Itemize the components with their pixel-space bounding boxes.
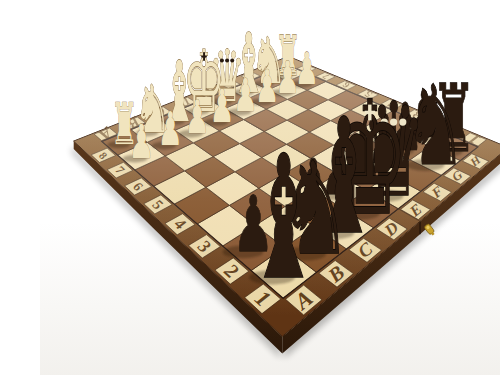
- piece-white-pawn-d7: ♟: [210, 79, 235, 132]
- piece-black-bishop-a1: ♝: [247, 118, 320, 317]
- queen-ball-accent-e8: [230, 59, 234, 63]
- piece-white-pawn-b7: ♟: [158, 102, 183, 157]
- queen-ball-accent-e8: [225, 59, 229, 63]
- king-cross-accent-h-d8: [201, 56, 207, 58]
- piece-white-pawn-f7: ♟: [255, 59, 279, 112]
- piece-white-pawn-a7: ♟: [129, 115, 154, 170]
- piece-white-pawn-c7: ♟: [185, 91, 210, 144]
- piece-white-pawn-e7: ♟: [233, 69, 257, 122]
- chess-set-photo: AABBCCDDEEFFGGHH1122334455667788♜♞♟♝♟♛♟♚…: [40, 16, 500, 375]
- scene-canvas: AABBCCDDEEFFGGHH1122334455667788♜♞♟♝♟♛♟♚…: [40, 16, 500, 375]
